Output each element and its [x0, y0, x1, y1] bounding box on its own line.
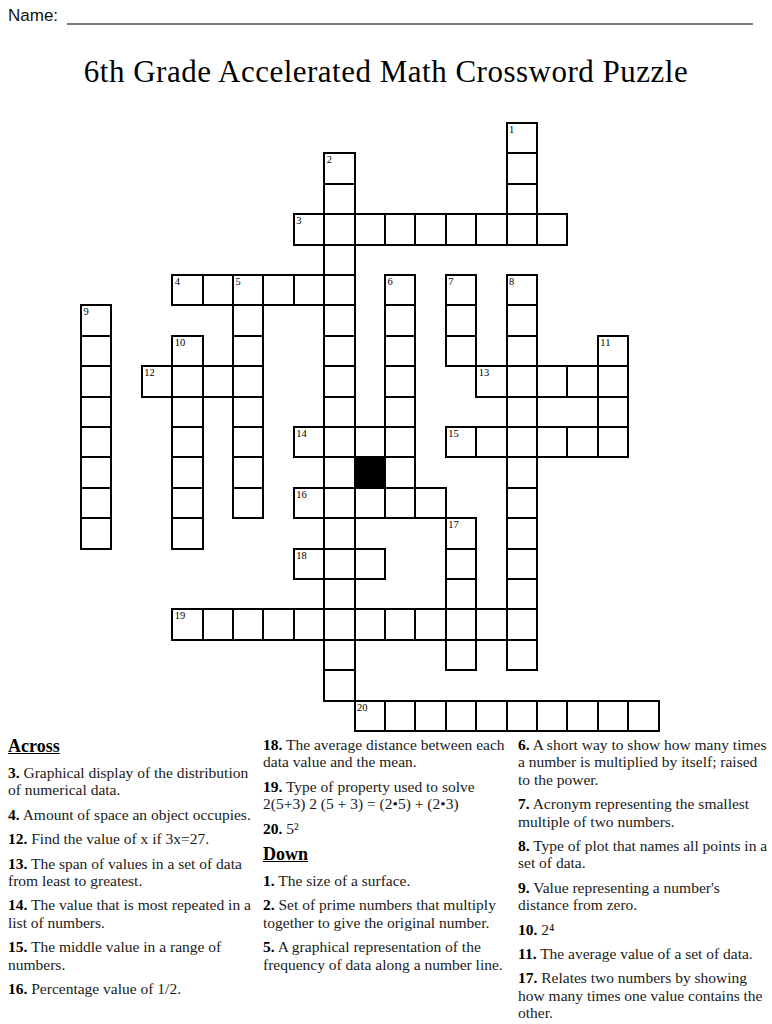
grid-cell[interactable] — [354, 548, 386, 580]
grid-cell[interactable] — [171, 517, 203, 549]
grid-cell[interactable] — [506, 700, 538, 732]
grid-cell[interactable] — [323, 548, 355, 580]
grid-cell[interactable] — [384, 213, 416, 245]
across-clue-12: 12. Find the value of x if 3x=27. — [8, 830, 253, 847]
grid-cell[interactable] — [171, 426, 203, 458]
grid-cell[interactable] — [506, 548, 538, 580]
grid-cell[interactable] — [384, 608, 416, 640]
grid-cell[interactable] — [384, 700, 416, 732]
clue-number-label: 7. — [518, 795, 530, 812]
grid-cell[interactable] — [536, 426, 568, 458]
grid-cell[interactable]: 1 — [506, 122, 538, 154]
grid-cell[interactable] — [384, 456, 416, 488]
grid-cell[interactable] — [566, 700, 598, 732]
grid-cell[interactable] — [627, 700, 659, 732]
worksheet-page: Name: 6th Grade Accelerated Math Crosswo… — [0, 0, 772, 1024]
clue-number-label: 6. — [518, 736, 530, 753]
grid-cell[interactable] — [323, 426, 355, 458]
grid-cell[interactable] — [445, 639, 477, 671]
clue-number-label: 12. — [8, 830, 27, 847]
clue-number: 5 — [236, 276, 241, 287]
grid-cell[interactable] — [414, 700, 446, 732]
clue-number: 6 — [388, 276, 393, 287]
grid-cell[interactable]: 10 — [171, 335, 203, 367]
grid-cell[interactable] — [475, 700, 507, 732]
grid-cell[interactable] — [323, 456, 355, 488]
grid-cell[interactable] — [566, 426, 598, 458]
grid-cell[interactable] — [232, 608, 264, 640]
grid-cell[interactable] — [323, 183, 355, 215]
clue-number-label: 16. — [8, 980, 27, 997]
down-clue-7: 7. Acronym representing the smallest mul… — [518, 795, 768, 830]
grid-cell[interactable] — [171, 487, 203, 519]
grid-cell[interactable] — [232, 365, 264, 397]
grid-cell[interactable] — [354, 213, 386, 245]
grid-cell[interactable] — [445, 548, 477, 580]
clue-number: 12 — [144, 367, 155, 378]
grid-cell[interactable] — [475, 426, 507, 458]
grid-cell[interactable] — [597, 426, 629, 458]
down-clue-9: 9. Value representing a number's distanc… — [518, 879, 768, 914]
grid-cell[interactable] — [506, 396, 538, 428]
clue-number-label: 20. — [263, 820, 282, 837]
grid-cell[interactable] — [80, 365, 112, 397]
grid-cell[interactable] — [323, 274, 355, 306]
grid-cell[interactable] — [323, 244, 355, 276]
grid-cell[interactable] — [262, 608, 294, 640]
clue-number-label: 13. — [8, 855, 27, 872]
grid-cell[interactable] — [232, 335, 264, 367]
grid-cell[interactable]: 14 — [293, 426, 325, 458]
down-clue-10: 10. 2⁴ — [518, 921, 768, 938]
grid-cell[interactable] — [445, 335, 477, 367]
grid-cell[interactable] — [384, 304, 416, 336]
grid-cell[interactable] — [232, 426, 264, 458]
grid-cell[interactable] — [475, 608, 507, 640]
grid-cell[interactable] — [445, 304, 477, 336]
name-row: Name: — [8, 6, 748, 28]
grid-cell[interactable] — [293, 274, 325, 306]
down-clue-11: 11. The average value of a set of data. — [518, 945, 768, 962]
down-header: Down — [263, 844, 508, 865]
grid-cell[interactable] — [80, 426, 112, 458]
clue-number-label: 3. — [8, 764, 20, 781]
clue-number: 15 — [448, 428, 459, 439]
clue-column-2: 18. The average distance between each da… — [263, 736, 508, 1024]
grid-cell[interactable] — [445, 700, 477, 732]
grid-cell[interactable] — [323, 578, 355, 610]
grid-cell[interactable] — [506, 517, 538, 549]
black-cell — [354, 456, 386, 488]
clue-number: 10 — [175, 337, 186, 348]
clue-number-label: 15. — [8, 938, 27, 955]
grid-cell[interactable]: 7 — [445, 274, 477, 306]
grid-cell[interactable] — [323, 365, 355, 397]
clue-number: 19 — [175, 610, 186, 621]
down-clue-1: 1. The size of a surface. — [263, 872, 508, 889]
clue-number: 20 — [357, 702, 368, 713]
name-blank-line[interactable] — [67, 23, 753, 25]
clue-number-label: 1. — [263, 872, 275, 889]
grid-cell[interactable] — [414, 213, 446, 245]
grid-cell[interactable]: 9 — [80, 304, 112, 336]
across-clue-14: 14. The value that is most repeated in a… — [8, 896, 253, 931]
grid-cell[interactable]: 3 — [293, 213, 325, 245]
grid-cell[interactable]: 8 — [506, 274, 538, 306]
clue-number: 1 — [509, 124, 514, 135]
grid-cell[interactable] — [80, 517, 112, 549]
grid-cell[interactable] — [323, 396, 355, 428]
clue-number: 8 — [509, 276, 514, 287]
grid-cell[interactable]: 18 — [293, 548, 325, 580]
grid-cell[interactable] — [354, 608, 386, 640]
page-title: 6th Grade Accelerated Math Crossword Puz… — [0, 54, 772, 90]
grid-cell[interactable] — [506, 365, 538, 397]
grid-cell[interactable] — [536, 365, 568, 397]
across-clue-18: 18. The average distance between each da… — [263, 736, 508, 771]
grid-cell[interactable] — [232, 487, 264, 519]
clue-number-label: 10. — [518, 921, 537, 938]
clue-column-1: Across3. Graphical display of the distri… — [8, 736, 253, 1024]
grid-cell[interactable] — [506, 213, 538, 245]
clue-column-3: 6. A short way to show how many times a … — [518, 736, 768, 1024]
grid-cell[interactable] — [171, 396, 203, 428]
grid-cell[interactable] — [506, 426, 538, 458]
clue-number: 2 — [327, 154, 332, 165]
grid-cell[interactable] — [414, 608, 446, 640]
clue-number: 4 — [175, 276, 180, 287]
grid-cell[interactable] — [384, 487, 416, 519]
grid-cell[interactable] — [506, 608, 538, 640]
grid-cell[interactable] — [80, 396, 112, 428]
across-header: Across — [8, 736, 253, 757]
grid-cell[interactable]: 16 — [293, 487, 325, 519]
grid-cell[interactable] — [323, 639, 355, 671]
down-clue-17: 17. Relates two numbers by showing how m… — [518, 969, 768, 1021]
across-clue-13: 13. The span of values in a set of data … — [8, 855, 253, 890]
clue-number: 16 — [296, 489, 307, 500]
grid-cell[interactable] — [80, 456, 112, 488]
grid-cell[interactable] — [323, 517, 355, 549]
grid-cell[interactable]: 5 — [232, 274, 264, 306]
down-clue-6: 6. A short way to show how many times a … — [518, 736, 768, 788]
grid-cell[interactable] — [80, 487, 112, 519]
grid-cell[interactable] — [323, 608, 355, 640]
grid-cell[interactable]: 17 — [445, 517, 477, 549]
clue-number: 7 — [448, 276, 453, 287]
grid-cell[interactable] — [232, 456, 264, 488]
across-clue-19: 19. Type of property used to solve 2(5+3… — [263, 778, 508, 813]
grid-cell[interactable] — [80, 335, 112, 367]
grid-cell[interactable] — [354, 487, 386, 519]
grid-cell[interactable] — [506, 335, 538, 367]
grid-cell[interactable] — [202, 365, 234, 397]
grid-cell[interactable] — [171, 456, 203, 488]
grid-cell[interactable] — [323, 487, 355, 519]
crossword-grid: 1234567891011121314151617181920 — [81, 123, 661, 733]
grid-cell[interactable] — [323, 304, 355, 336]
grid-cell[interactable]: 20 — [354, 700, 386, 732]
grid-cell[interactable] — [445, 578, 477, 610]
across-clue-3: 3. Graphical display of the distribution… — [8, 764, 253, 799]
clue-number-label: 18. — [263, 736, 282, 753]
grid-cell[interactable] — [597, 396, 629, 428]
grid-cell[interactable] — [506, 304, 538, 336]
grid-cell[interactable] — [323, 213, 355, 245]
grid-cell[interactable]: 15 — [445, 426, 477, 458]
grid-cell[interactable] — [506, 639, 538, 671]
grid-cell[interactable] — [506, 183, 538, 215]
clue-number-label: 14. — [8, 896, 27, 913]
down-clue-5: 5. A graphical representation of the fre… — [263, 938, 508, 973]
down-clue-8: 8. Type of plot that names all points in… — [518, 837, 768, 872]
grid-cell[interactable] — [506, 487, 538, 519]
clue-area: Across3. Graphical display of the distri… — [8, 736, 768, 1024]
clue-number: 17 — [448, 519, 459, 530]
grid-cell[interactable] — [232, 396, 264, 428]
clue-number: 11 — [600, 337, 610, 348]
grid-cell[interactable] — [232, 304, 264, 336]
grid-cell[interactable] — [566, 365, 598, 397]
grid-cell[interactable] — [202, 274, 234, 306]
across-clue-4: 4. Amount of space an object occupies. — [8, 806, 253, 823]
grid-cell[interactable] — [445, 213, 477, 245]
grid-cell[interactable] — [354, 426, 386, 458]
grid-cell[interactable] — [597, 700, 629, 732]
grid-cell[interactable] — [323, 335, 355, 367]
grid-cell[interactable] — [597, 365, 629, 397]
across-clue-15: 15. The middle value in a range of numbe… — [8, 938, 253, 973]
grid-cell[interactable] — [414, 487, 446, 519]
clue-number-label: 5. — [263, 938, 275, 955]
clue-number: 14 — [296, 428, 307, 439]
grid-cell[interactable] — [506, 152, 538, 184]
grid-cell[interactable] — [384, 396, 416, 428]
across-clue-16: 16. Percentage value of 1/2. — [8, 980, 253, 997]
grid-cell[interactable] — [506, 578, 538, 610]
clue-number-label: 9. — [518, 879, 530, 896]
grid-cell[interactable] — [293, 608, 325, 640]
clue-number-label: 4. — [8, 806, 20, 823]
grid-cell[interactable] — [536, 213, 568, 245]
clue-number: 3 — [296, 215, 301, 226]
name-label: Name: — [8, 6, 58, 26]
across-clue-20: 20. 5² — [263, 820, 508, 837]
clue-number-label: 17. — [518, 969, 537, 986]
grid-cell[interactable] — [384, 426, 416, 458]
grid-cell[interactable]: 19 — [171, 608, 203, 640]
grid-cell[interactable] — [506, 456, 538, 488]
grid-cell[interactable] — [171, 365, 203, 397]
clue-number: 18 — [296, 550, 307, 561]
grid-cell[interactable] — [384, 335, 416, 367]
grid-cell[interactable] — [323, 669, 355, 701]
clue-number-label: 8. — [518, 837, 530, 854]
grid-cell[interactable] — [202, 608, 234, 640]
grid-cell[interactable]: 6 — [384, 274, 416, 306]
clue-number-label: 11. — [518, 945, 537, 962]
grid-cell[interactable] — [536, 700, 568, 732]
grid-cell[interactable]: 11 — [597, 335, 629, 367]
clue-number: 13 — [479, 367, 490, 378]
grid-cell[interactable]: 2 — [323, 152, 355, 184]
grid-cell[interactable] — [475, 213, 507, 245]
clue-number-label: 19. — [263, 778, 282, 795]
grid-cell[interactable] — [384, 365, 416, 397]
grid-cell[interactable]: 12 — [141, 365, 173, 397]
grid-cell[interactable]: 13 — [475, 365, 507, 397]
grid-cell[interactable] — [445, 608, 477, 640]
clue-number: 9 — [84, 306, 89, 317]
down-clue-2: 2. Set of prime numbers that multiply to… — [263, 896, 508, 931]
clue-number-label: 2. — [263, 896, 275, 913]
grid-cell[interactable]: 4 — [171, 274, 203, 306]
grid-cell[interactable] — [262, 274, 294, 306]
